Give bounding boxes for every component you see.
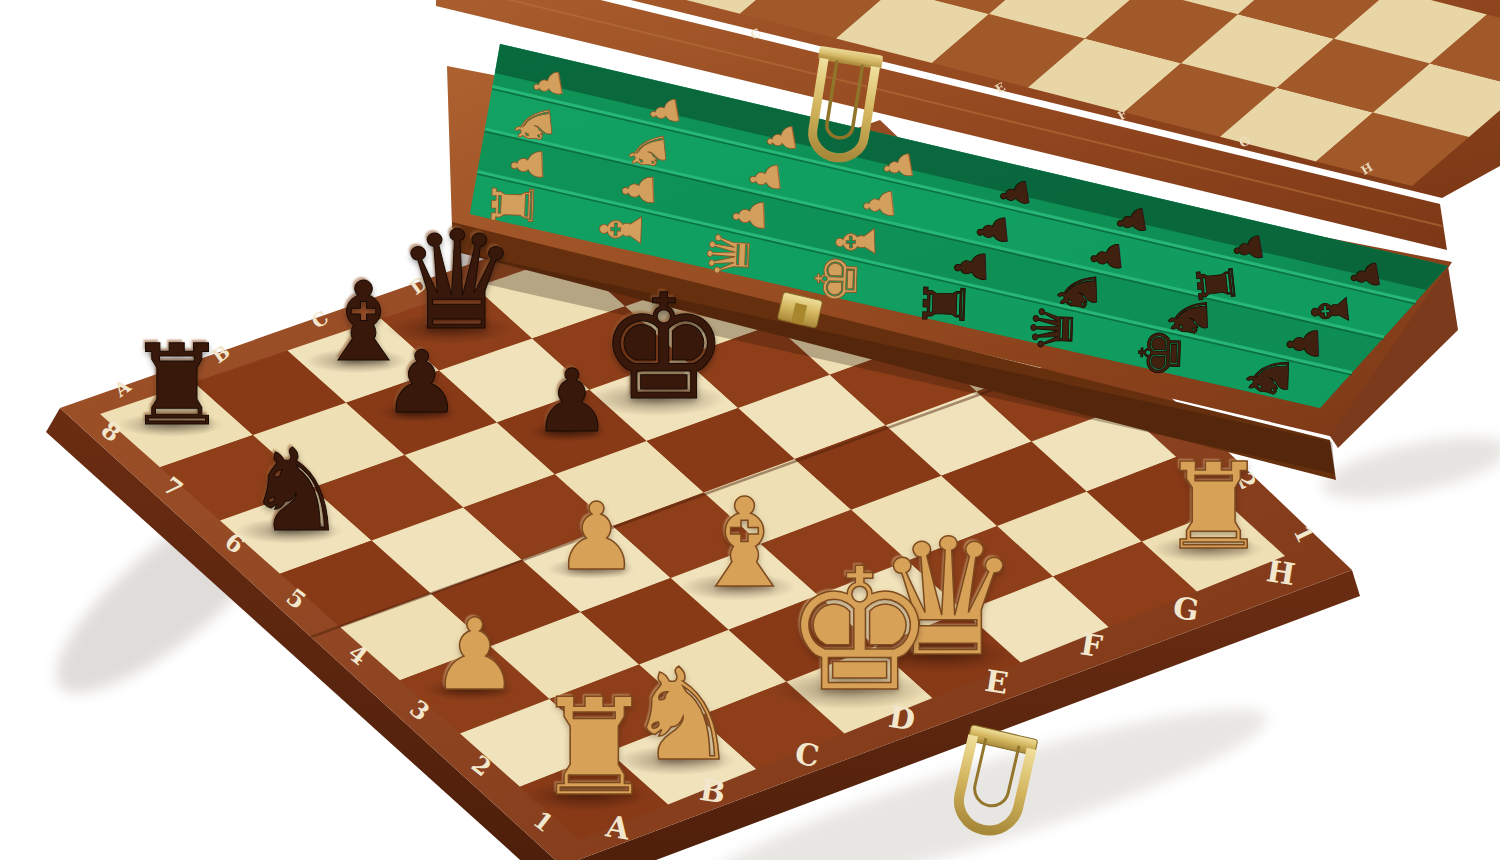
stored-piece-wp: ♟ xyxy=(740,158,789,198)
stored-piece-bp: ♟ xyxy=(968,211,1017,251)
stored-piece-wn: ♞ xyxy=(617,127,679,177)
stored-piece-bk: ♚ xyxy=(1126,326,1194,379)
stored-piece-wp: ♟ xyxy=(502,145,553,185)
piece-black-queen-d8[interactable]: ♛ xyxy=(396,213,518,350)
piece-white-rook-h1[interactable]: ♜ xyxy=(1160,448,1267,567)
piece-white-rook-a1[interactable]: ♜ xyxy=(534,682,654,816)
stored-piece-bn: ♞ xyxy=(1234,351,1302,404)
chess-set-photo: AA88BB77CC66DD55EE44FF33GG22HH11♟♟♟♟♟♟♟♟… xyxy=(0,0,1500,860)
stored-piece-wb: ♝ xyxy=(587,203,655,256)
file-label-near-H: H xyxy=(1264,553,1297,592)
piece-black-knight-a6[interactable]: ♞ xyxy=(245,434,347,548)
piece-white-pawn-a3[interactable]: ♟ xyxy=(431,606,520,705)
piece-black-king-e6[interactable]: ♚ xyxy=(599,275,730,421)
stored-piece-bq: ♛ xyxy=(1019,302,1087,355)
stored-piece-wk: ♚ xyxy=(803,252,871,305)
piece-white-pawn-c4[interactable]: ♟ xyxy=(555,490,639,583)
stored-piece-br: ♜ xyxy=(911,277,979,330)
piece-black-pawn-d6[interactable]: ♟ xyxy=(533,358,611,445)
stored-piece-wn: ♞ xyxy=(503,101,565,151)
piece-white-king-d1[interactable]: ♚ xyxy=(784,546,936,715)
file-label-near-G: G xyxy=(1171,590,1202,629)
piece-black-pawn-c7[interactable]: ♟ xyxy=(383,340,460,426)
piece-black-rook-a8[interactable]: ♜ xyxy=(127,330,227,441)
